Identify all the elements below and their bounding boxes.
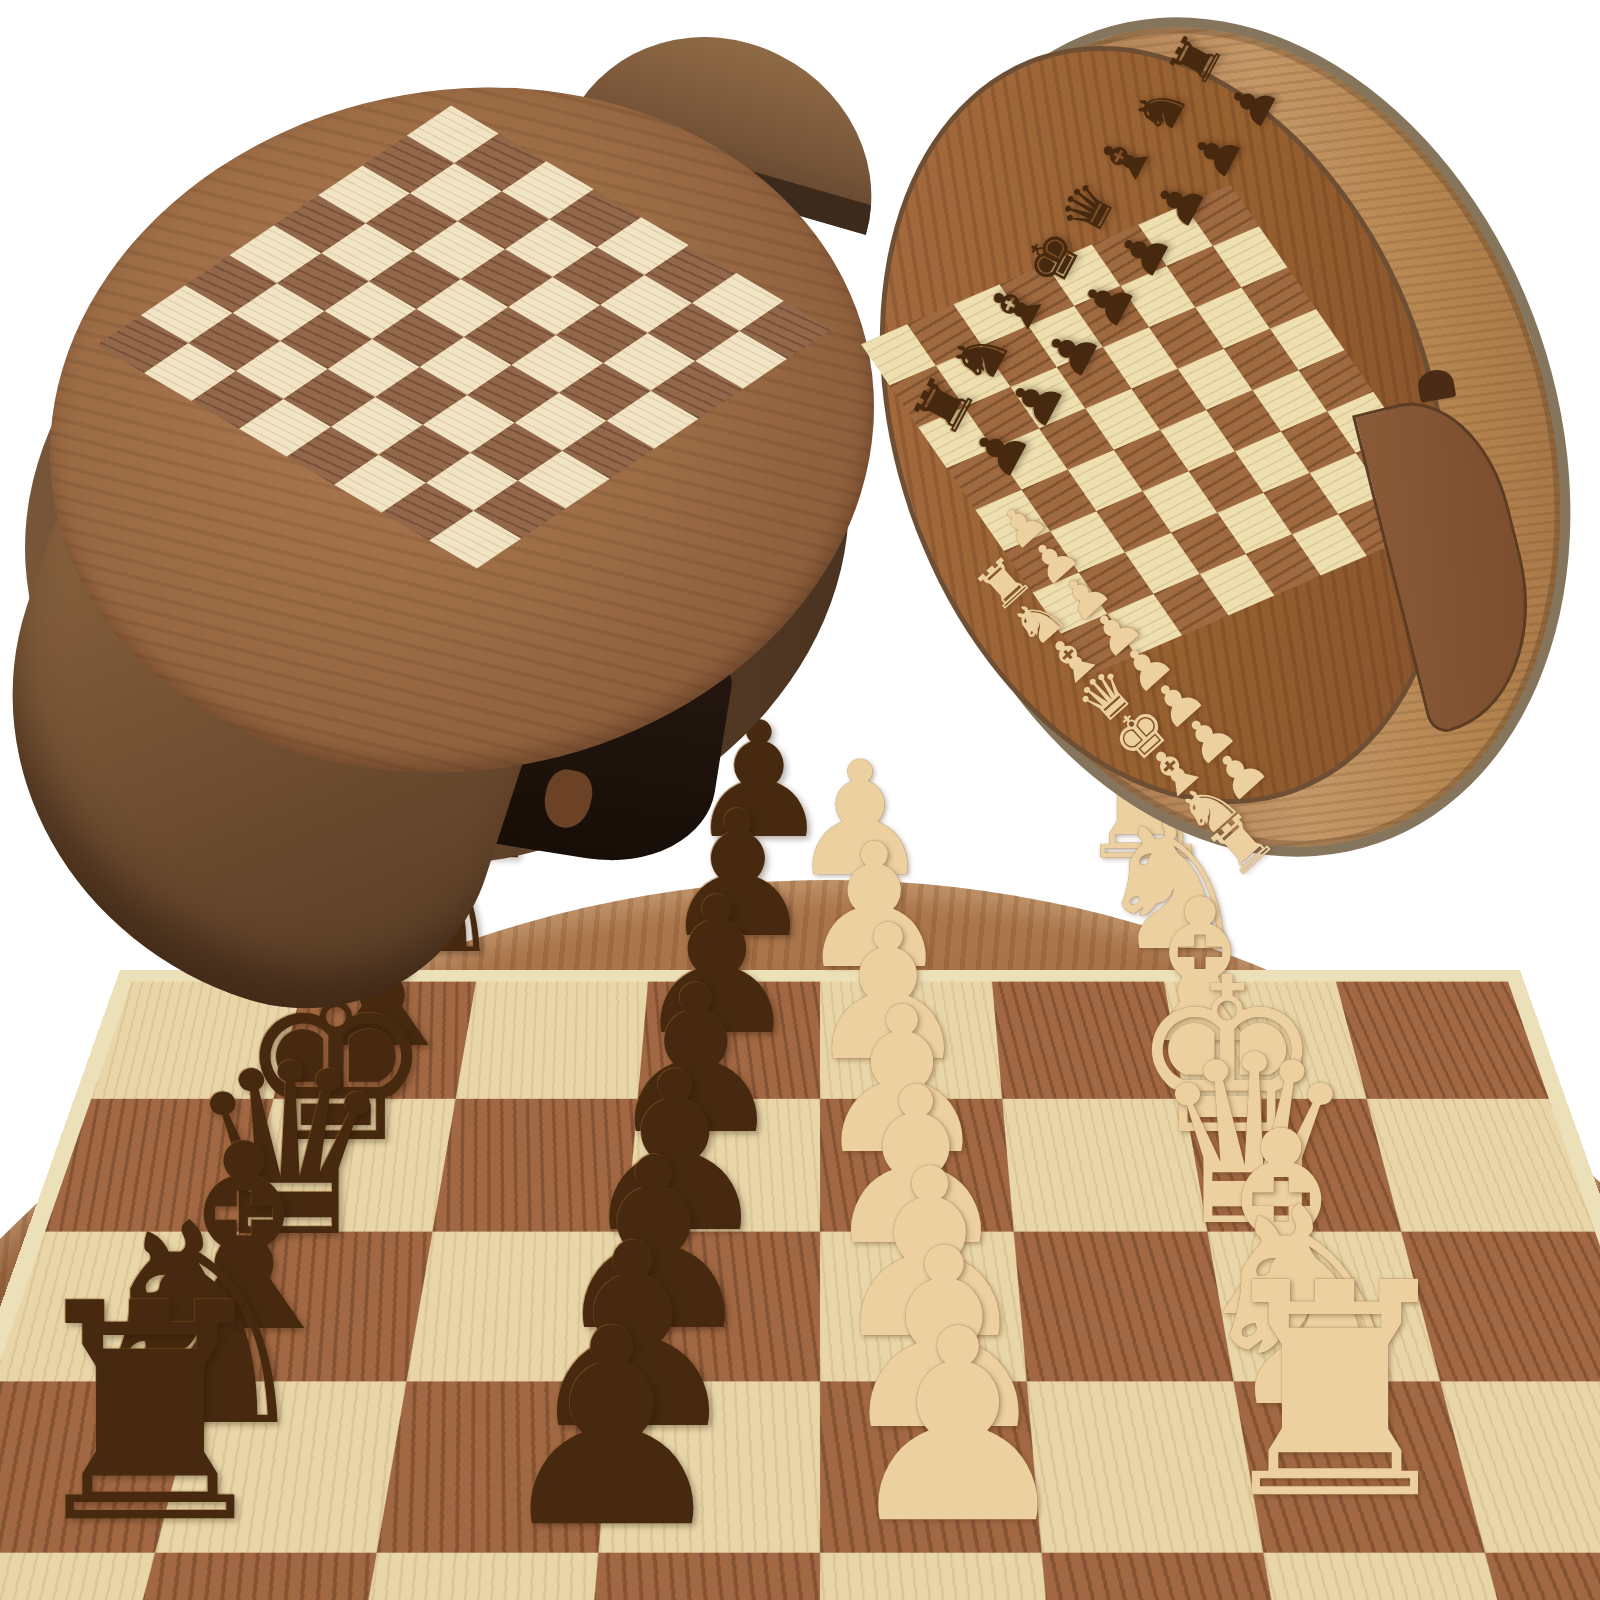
square bbox=[1164, 982, 1367, 1099]
square bbox=[1336, 982, 1549, 1099]
square bbox=[992, 982, 1184, 1099]
square bbox=[820, 1231, 1027, 1381]
square bbox=[581, 1553, 820, 1600]
square bbox=[638, 982, 820, 1099]
square bbox=[1014, 1231, 1234, 1381]
square bbox=[200, 1231, 433, 1381]
square bbox=[155, 1381, 406, 1553]
square bbox=[407, 1231, 627, 1381]
square bbox=[0, 1553, 155, 1600]
square bbox=[1002, 1099, 1207, 1231]
square bbox=[377, 1381, 614, 1553]
square bbox=[433, 1099, 638, 1231]
square bbox=[1485, 1553, 1600, 1600]
square bbox=[239, 1099, 456, 1231]
square bbox=[820, 1099, 1014, 1231]
square bbox=[820, 982, 1002, 1099]
square bbox=[1367, 1099, 1595, 1231]
table-checkerboard bbox=[0, 970, 1600, 1600]
square bbox=[0, 1231, 239, 1381]
product-photo-canvas: ♜♞♝♚♛♝♞♜♟♟♟♟♟♟♟♟♟♟♟♟♟♟♟♟♜♞♝♚♛♝♞♜ ♟♝♟♜♞♟♝… bbox=[0, 0, 1600, 1600]
square bbox=[456, 982, 648, 1099]
square bbox=[820, 1553, 1059, 1600]
square bbox=[626, 1099, 820, 1231]
square bbox=[45, 1099, 273, 1231]
square bbox=[820, 1381, 1042, 1553]
square bbox=[1042, 1553, 1298, 1600]
square bbox=[1207, 1231, 1440, 1381]
square bbox=[598, 1381, 820, 1553]
square bbox=[342, 1553, 598, 1600]
box-checkerboard bbox=[96, 105, 831, 568]
square bbox=[613, 1231, 820, 1381]
square bbox=[1184, 1099, 1401, 1231]
square bbox=[1027, 1381, 1264, 1553]
box-board-area bbox=[96, 105, 831, 568]
